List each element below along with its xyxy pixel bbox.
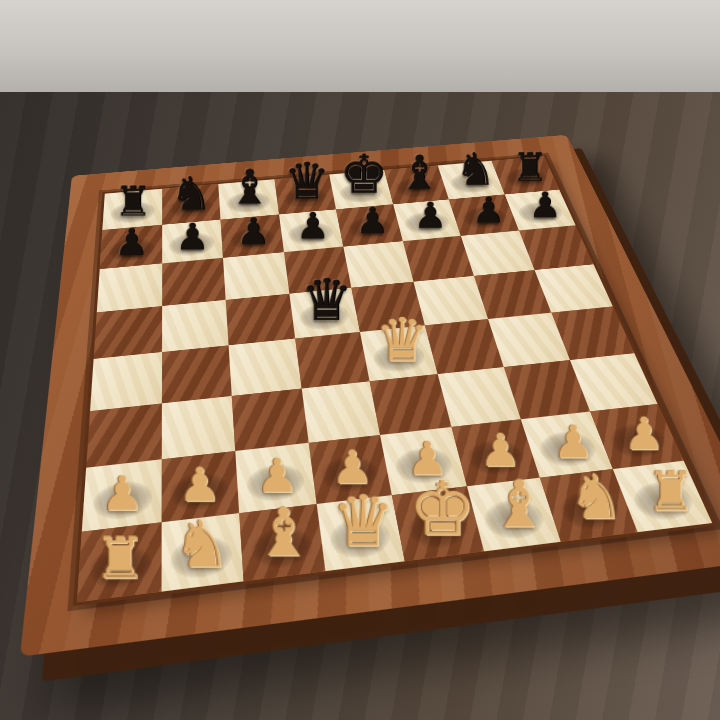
- black-king-e8: ♚: [339, 148, 387, 202]
- white-pawn-b2: ♟: [179, 461, 221, 508]
- white-queen-e4: ♛: [375, 310, 429, 370]
- square-a2: ♟: [82, 459, 161, 531]
- square-g6: [461, 230, 534, 275]
- square-c6: [223, 252, 289, 299]
- white-bishop-c1: ♝: [254, 500, 314, 567]
- square-h1: ♜: [612, 460, 712, 532]
- black-bishop-f8: ♝: [398, 150, 440, 197]
- square-b7: ♟: [162, 219, 223, 263]
- black-pawn-g7: ♟: [472, 192, 504, 228]
- white-pawn-c2: ♟: [256, 452, 298, 499]
- square-a1: ♜: [77, 522, 161, 602]
- white-bishop-f1: ♝: [490, 472, 548, 537]
- square-b3: [161, 396, 235, 460]
- square-e7: ♟: [336, 204, 402, 246]
- square-c1: ♝: [239, 504, 325, 582]
- white-king-e1: ♚: [408, 471, 475, 546]
- black-pawn-d7: ♟: [296, 207, 329, 243]
- photo-scene: ♜♞♝♛♚♝♞♜♟♟♟♟♟♟♟♟♛♛♟♟♟♟♟♟♟♟♜♞♝♛♚♝♞♜: [0, 0, 720, 720]
- white-pawn-h2: ♟: [624, 411, 664, 456]
- black-pawn-e7: ♟: [355, 202, 388, 238]
- square-a3: [86, 403, 161, 468]
- square-a6: [97, 263, 162, 312]
- square-a7: ♟: [100, 225, 162, 270]
- white-pawn-g2: ♟: [553, 419, 594, 464]
- square-e6: [343, 241, 413, 287]
- square-a4: [90, 352, 161, 411]
- white-queen-d1: ♛: [332, 485, 396, 556]
- square-d7: ♟: [279, 209, 344, 252]
- square-g3: [504, 360, 590, 419]
- square-d1: ♛: [316, 495, 405, 572]
- black-queen-d5: ♛: [300, 271, 352, 329]
- black-queen-d8: ♛: [284, 156, 330, 207]
- square-a5: [94, 306, 162, 359]
- white-pawn-a2: ♟: [101, 470, 143, 517]
- square-e1: ♚: [392, 486, 484, 561]
- square-b5: [162, 300, 229, 353]
- square-g4: [488, 313, 569, 367]
- black-knight-b8: ♞: [170, 171, 211, 217]
- black-pawn-a7: ♟: [114, 223, 147, 260]
- square-c4: [229, 339, 302, 396]
- black-pawn-h7: ♟: [529, 187, 561, 223]
- square-d4: [295, 332, 370, 388]
- black-pawn-f7: ♟: [414, 197, 446, 233]
- square-b1: ♞: [161, 513, 244, 592]
- square-c3: [232, 388, 308, 451]
- white-knight-g1: ♞: [568, 465, 624, 527]
- chess-board: ♜♞♝♛♚♝♞♜♟♟♟♟♟♟♟♟♛♛♟♟♟♟♟♟♟♟♜♞♝♛♚♝♞♜: [20, 135, 720, 657]
- black-rook-a8: ♜: [114, 181, 151, 222]
- square-b6: [162, 258, 226, 306]
- board-playing-area: ♜♞♝♛♚♝♞♜♟♟♟♟♟♟♟♟♛♛♟♟♟♟♟♟♟♟♜♞♝♛♚♝♞♜: [77, 156, 712, 602]
- black-rook-h8: ♜: [512, 148, 547, 187]
- square-d3: [301, 381, 380, 443]
- square-f1: ♝: [466, 477, 561, 551]
- black-knight-g8: ♞: [455, 147, 495, 192]
- square-h5: [534, 264, 613, 313]
- square-c7: ♟: [221, 214, 284, 258]
- black-pawn-b7: ♟: [176, 218, 209, 255]
- square-c5: [226, 293, 295, 345]
- square-b4: [161, 345, 231, 403]
- black-pawn-c7: ♟: [236, 213, 269, 250]
- white-rook-h1: ♜: [646, 464, 695, 519]
- white-rook-a1: ♜: [94, 529, 146, 587]
- black-bishop-c8: ♝: [228, 164, 271, 212]
- square-e4: ♛: [360, 325, 437, 380]
- white-knight-b1: ♞: [173, 512, 231, 577]
- square-d5: ♛: [289, 287, 360, 338]
